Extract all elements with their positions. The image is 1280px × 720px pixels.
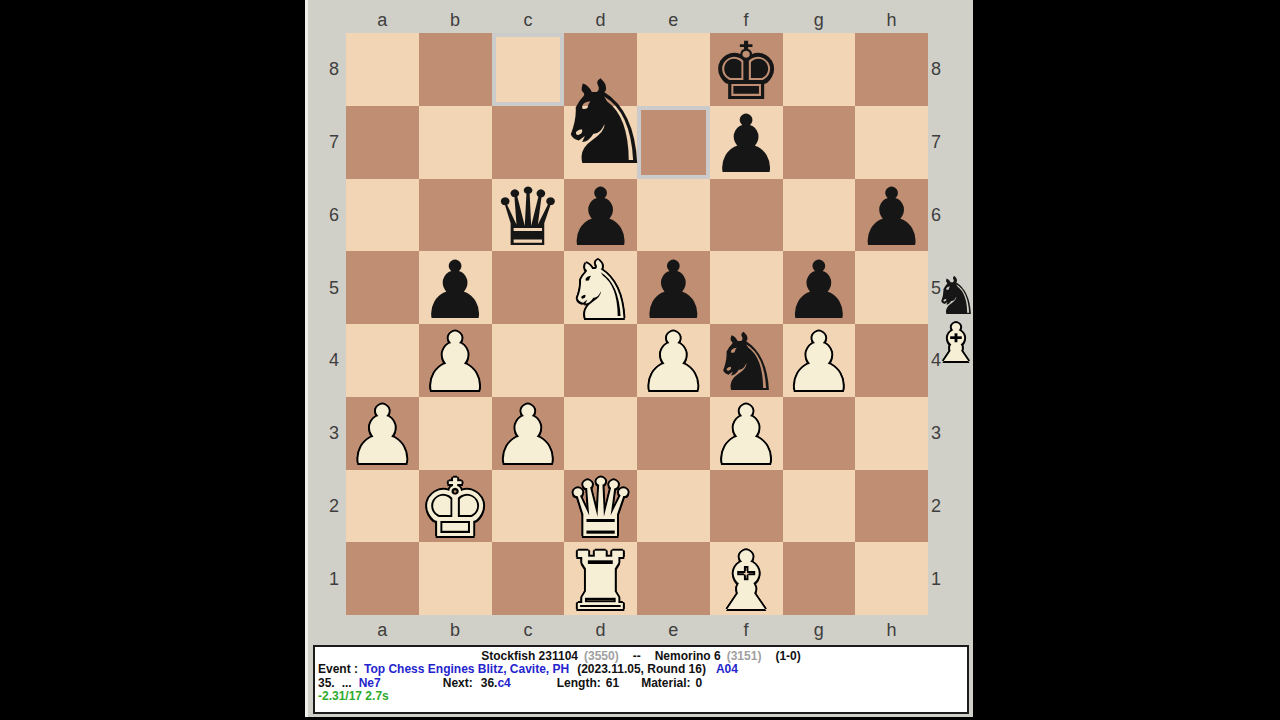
file-label-b: b	[419, 616, 492, 644]
piece-white-pawn[interactable]: ♟	[419, 323, 491, 403]
app-window: abcdefgh abcdefgh 87654321 87654321 ♚♟♛♟…	[0, 0, 1280, 720]
piece-white-knight[interactable]: ♞	[565, 251, 637, 331]
square-c4[interactable]	[492, 324, 565, 397]
piece-white-bishop[interactable]: ♝	[710, 542, 782, 622]
move-ellipsis: ...	[342, 676, 352, 690]
piece-black-pawn[interactable]: ♟	[710, 105, 782, 185]
material-value: 0	[696, 676, 703, 690]
file-label-c: c	[492, 616, 565, 644]
file-label-c: c	[492, 0, 565, 31]
white-player-rating: (3550)	[584, 649, 619, 663]
square-b4[interactable]: ♟	[419, 324, 492, 397]
square-b5[interactable]: ♟	[419, 251, 492, 324]
square-h1[interactable]	[855, 542, 928, 615]
square-b1[interactable]	[419, 542, 492, 615]
square-a2[interactable]	[346, 470, 419, 543]
event-line: Event : Top Chess Engines Blitz, Cavite,…	[315, 663, 967, 677]
square-a1[interactable]	[346, 542, 419, 615]
square-b3[interactable]	[419, 397, 492, 470]
square-e1[interactable]	[637, 542, 710, 615]
square-f5[interactable]	[710, 251, 783, 324]
square-d3[interactable]	[564, 397, 637, 470]
square-f4[interactable]: ♞	[710, 324, 783, 397]
square-b7[interactable]	[419, 106, 492, 179]
square-g4[interactable]: ♟	[783, 324, 856, 397]
square-f2[interactable]	[710, 470, 783, 543]
material-label: Material:	[641, 676, 690, 690]
game-result: (1-0)	[775, 649, 800, 663]
square-h6[interactable]: ♟	[855, 179, 928, 252]
square-g6[interactable]	[783, 179, 856, 252]
rank-label-1: 1	[308, 542, 343, 615]
square-b6[interactable]	[419, 179, 492, 252]
square-h5[interactable]	[855, 251, 928, 324]
file-label-a: a	[346, 0, 419, 31]
square-c5[interactable]	[492, 251, 565, 324]
square-e4[interactable]: ♟	[637, 324, 710, 397]
square-h7[interactable]	[855, 106, 928, 179]
next-label: Next:	[443, 676, 473, 690]
length-label: Length:	[557, 676, 601, 690]
piece-white-pawn[interactable]: ♟	[638, 323, 710, 403]
last-move-san: Ne7	[359, 676, 381, 690]
game-info-panel: Stockfish 231104 (3550) -- Nemorino 6 (3…	[313, 645, 969, 714]
square-g3[interactable]	[783, 397, 856, 470]
event-details: (2023.11.05, Round 16)	[577, 662, 706, 676]
file-label-h: h	[855, 0, 928, 31]
piece-white-rook[interactable]: ♜	[565, 542, 637, 622]
black-player-name: Nemorino 6	[655, 649, 721, 663]
rank-label-4: 4	[308, 324, 343, 397]
piece-white-pawn[interactable]: ♟	[783, 323, 855, 403]
next-move-san: c4	[497, 676, 510, 690]
piece-white-pawn[interactable]: ♟	[492, 396, 564, 476]
square-f6[interactable]	[710, 179, 783, 252]
file-labels-top: abcdefgh	[346, 0, 928, 31]
rank-label-7: 7	[928, 106, 958, 179]
rank-label-3: 3	[308, 397, 343, 470]
square-c3[interactable]: ♟	[492, 397, 565, 470]
square-a8[interactable]	[346, 33, 419, 106]
length-value: 61	[606, 676, 619, 690]
file-label-e: e	[637, 0, 710, 31]
square-d5[interactable]: ♞	[564, 251, 637, 324]
file-label-g: g	[783, 0, 856, 31]
square-f1[interactable]: ♝	[710, 542, 783, 615]
piece-white-pawn[interactable]: ♟	[347, 396, 419, 476]
rank-label-8: 8	[308, 33, 343, 106]
square-c2[interactable]	[492, 470, 565, 543]
square-e3[interactable]	[637, 397, 710, 470]
rank-label-2: 2	[308, 470, 343, 543]
piece-white-king[interactable]: ♚	[419, 469, 491, 549]
square-a3[interactable]: ♟	[346, 397, 419, 470]
square-g1[interactable]	[783, 542, 856, 615]
square-d2[interactable]: ♛	[564, 470, 637, 543]
game-panel: abcdefgh abcdefgh 87654321 87654321 ♚♟♛♟…	[305, 0, 973, 717]
square-b2[interactable]: ♚	[419, 470, 492, 543]
event-name: Top Chess Engines Blitz, Cavite, PH	[364, 662, 569, 676]
next-move-number: 36.	[481, 676, 498, 690]
square-e2[interactable]	[637, 470, 710, 543]
tray-white-bishop: ♝	[933, 319, 980, 366]
black-player-rating: (3151)	[727, 649, 762, 663]
rank-label-6: 6	[928, 179, 958, 252]
move-number: 35.	[318, 676, 335, 690]
rank-labels-left: 87654321	[308, 33, 343, 615]
square-b8[interactable]	[419, 33, 492, 106]
rank-label-2: 2	[928, 470, 958, 543]
square-g7[interactable]	[783, 106, 856, 179]
file-label-g: g	[783, 616, 856, 644]
square-a6[interactable]	[346, 179, 419, 252]
white-player-name: Stockfish 231104	[481, 649, 578, 663]
square-g2[interactable]	[783, 470, 856, 543]
square-a4[interactable]	[346, 324, 419, 397]
square-g8[interactable]	[783, 33, 856, 106]
square-d1[interactable]: ♜	[564, 542, 637, 615]
file-label-d: d	[564, 0, 637, 31]
moves-line: 35. ... Ne7 Next: 36. c4 Length: 61 Mate…	[315, 676, 967, 690]
rank-label-3: 3	[928, 397, 958, 470]
moving-piece-black-knight[interactable]: ♞	[544, 62, 664, 184]
eco-code: A04	[716, 662, 738, 676]
square-e5[interactable]: ♟	[637, 251, 710, 324]
event-label: Event :	[318, 662, 358, 676]
file-labels-bottom: abcdefgh	[346, 616, 928, 644]
square-c1[interactable]	[492, 542, 565, 615]
square-f7[interactable]: ♟	[710, 106, 783, 179]
engine-evaluation: -2.31/17 2.7s	[318, 689, 389, 703]
piece-white-pawn[interactable]: ♟	[710, 396, 782, 476]
file-label-h: h	[855, 616, 928, 644]
players-line: Stockfish 231104 (3550) -- Nemorino 6 (3…	[315, 649, 967, 663]
captured-pieces-tray: ♞♝	[933, 272, 979, 366]
square-h8[interactable]	[855, 33, 928, 106]
rank-label-8: 8	[928, 33, 958, 106]
square-g5[interactable]: ♟	[783, 251, 856, 324]
rank-label-7: 7	[308, 106, 343, 179]
piece-black-pawn[interactable]: ♟	[856, 178, 928, 258]
square-a5[interactable]	[346, 251, 419, 324]
evaluation-line: -2.31/17 2.7s	[315, 690, 967, 704]
square-f8[interactable]: ♚	[710, 33, 783, 106]
square-f3[interactable]: ♟	[710, 397, 783, 470]
rank-label-6: 6	[308, 179, 343, 252]
tray-black-knight: ♞	[933, 272, 980, 319]
square-h4[interactable]	[855, 324, 928, 397]
rank-label-1: 1	[928, 542, 958, 615]
square-a7[interactable]	[346, 106, 419, 179]
players-separator: --	[633, 649, 641, 663]
square-d4[interactable]	[564, 324, 637, 397]
file-label-e: e	[637, 616, 710, 644]
rank-label-5: 5	[308, 251, 343, 324]
file-label-a: a	[346, 616, 419, 644]
square-h3[interactable]	[855, 397, 928, 470]
file-label-b: b	[419, 0, 492, 31]
square-h2[interactable]	[855, 470, 928, 543]
